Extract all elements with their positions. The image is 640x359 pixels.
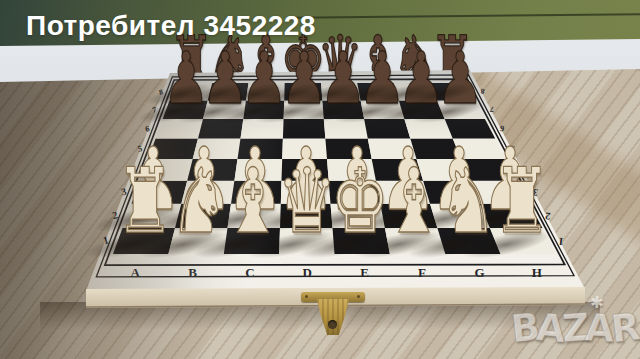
watermark-letter: R: [608, 305, 638, 352]
bazar-watermark: BAZA✱R: [511, 306, 636, 350]
brass-clasp: [301, 290, 365, 346]
clasp-hole: [328, 320, 337, 329]
watermark-letter: A✱: [584, 305, 612, 350]
listing-photo: ABCDEFGH1122334455667788 ♜♞♝♚♛♝♞♜♟♟♟♟♟♟♟…: [0, 0, 640, 359]
watermark-letter: A: [534, 305, 563, 351]
star-icon: ✱: [590, 293, 604, 313]
watermark-letter: Z: [560, 305, 587, 351]
board-shading-top: [86, 70, 585, 291]
clasp-flap: [317, 299, 349, 335]
user-label: Потребител 3452228: [26, 10, 316, 42]
